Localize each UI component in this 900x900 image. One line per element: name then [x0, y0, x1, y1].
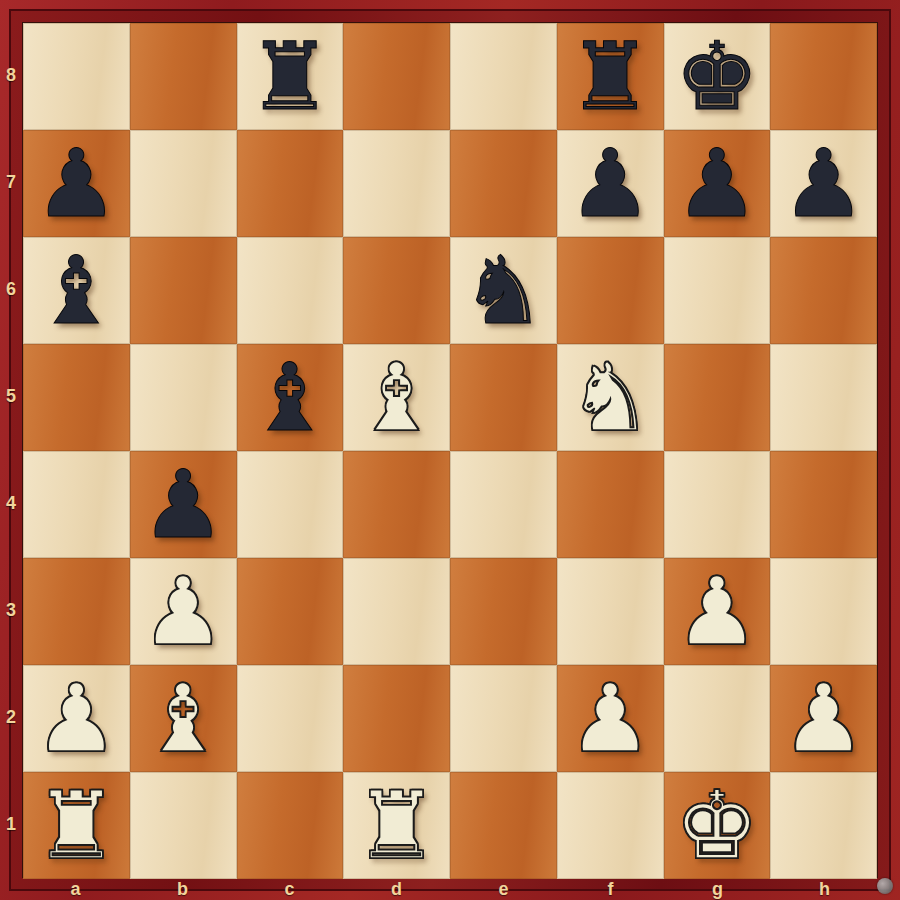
rank-label-1: 1	[0, 771, 22, 878]
rank-label-4: 4	[0, 450, 22, 557]
square-c2[interactable]	[237, 665, 344, 772]
square-a4[interactable]	[23, 451, 130, 558]
chess-board: ♜♜♚♟♟♟♟♝♞♝♝♞♟♟♟♟♝♟♟♜♜♚	[22, 22, 878, 878]
square-b8[interactable]	[130, 23, 237, 130]
file-label-h: h	[771, 878, 878, 900]
square-c3[interactable]	[237, 558, 344, 665]
square-g6[interactable]	[664, 237, 771, 344]
square-c8[interactable]: ♜	[237, 23, 344, 130]
white-pawn[interactable]: ♟	[568, 665, 652, 772]
square-a2[interactable]: ♟	[23, 665, 130, 772]
black-rook[interactable]: ♜	[568, 23, 652, 130]
square-d4[interactable]	[343, 451, 450, 558]
square-b5[interactable]	[130, 344, 237, 451]
square-f2[interactable]: ♟	[557, 665, 664, 772]
black-pawn[interactable]: ♟	[141, 451, 225, 558]
square-g3[interactable]: ♟	[664, 558, 771, 665]
black-pawn[interactable]: ♟	[34, 130, 118, 237]
square-e5[interactable]	[450, 344, 557, 451]
square-f6[interactable]	[557, 237, 664, 344]
white-pawn[interactable]: ♟	[141, 558, 225, 665]
square-c5[interactable]: ♝	[237, 344, 344, 451]
square-h2[interactable]: ♟	[770, 665, 877, 772]
rank-label-2: 2	[0, 664, 22, 771]
square-g7[interactable]: ♟	[664, 130, 771, 237]
chessboard-screenshot: ♜♜♚♟♟♟♟♝♞♝♝♞♟♟♟♟♝♟♟♜♜♚ 87654321 abcdefgh	[0, 0, 900, 900]
rank-label-8: 8	[0, 22, 22, 129]
file-label-f: f	[557, 878, 664, 900]
square-g2[interactable]	[664, 665, 771, 772]
square-a6[interactable]: ♝	[23, 237, 130, 344]
square-e1[interactable]	[450, 772, 557, 879]
square-b2[interactable]: ♝	[130, 665, 237, 772]
square-c1[interactable]	[237, 772, 344, 879]
square-g4[interactable]	[664, 451, 771, 558]
square-a5[interactable]	[23, 344, 130, 451]
file-coordinates: abcdefgh	[22, 878, 878, 900]
square-h5[interactable]	[770, 344, 877, 451]
black-pawn[interactable]: ♟	[781, 130, 865, 237]
square-b3[interactable]: ♟	[130, 558, 237, 665]
black-bishop[interactable]: ♝	[248, 344, 332, 451]
square-c7[interactable]	[237, 130, 344, 237]
square-h3[interactable]	[770, 558, 877, 665]
square-h4[interactable]	[770, 451, 877, 558]
square-h1[interactable]	[770, 772, 877, 879]
square-d3[interactable]	[343, 558, 450, 665]
square-e2[interactable]	[450, 665, 557, 772]
file-label-c: c	[236, 878, 343, 900]
black-knight[interactable]: ♞	[461, 237, 545, 344]
square-e4[interactable]	[450, 451, 557, 558]
square-f8[interactable]: ♜	[557, 23, 664, 130]
square-b4[interactable]: ♟	[130, 451, 237, 558]
file-label-a: a	[22, 878, 129, 900]
square-d8[interactable]	[343, 23, 450, 130]
square-e7[interactable]	[450, 130, 557, 237]
black-pawn[interactable]: ♟	[675, 130, 759, 237]
white-bishop[interactable]: ♝	[141, 665, 225, 772]
white-pawn[interactable]: ♟	[34, 665, 118, 772]
square-g8[interactable]: ♚	[664, 23, 771, 130]
file-label-b: b	[129, 878, 236, 900]
white-pawn[interactable]: ♟	[675, 558, 759, 665]
square-e8[interactable]	[450, 23, 557, 130]
square-h6[interactable]	[770, 237, 877, 344]
square-c4[interactable]	[237, 451, 344, 558]
square-c6[interactable]	[237, 237, 344, 344]
square-f5[interactable]: ♞	[557, 344, 664, 451]
square-e3[interactable]	[450, 558, 557, 665]
square-f3[interactable]	[557, 558, 664, 665]
rank-label-3: 3	[0, 557, 22, 664]
white-king[interactable]: ♚	[675, 772, 759, 879]
rank-coordinates: 87654321	[0, 22, 22, 878]
square-b1[interactable]	[130, 772, 237, 879]
black-rook[interactable]: ♜	[248, 23, 332, 130]
black-bishop[interactable]: ♝	[34, 237, 118, 344]
black-king[interactable]: ♚	[675, 23, 759, 130]
square-d5[interactable]: ♝	[343, 344, 450, 451]
file-label-e: e	[450, 878, 557, 900]
square-f4[interactable]	[557, 451, 664, 558]
square-d2[interactable]	[343, 665, 450, 772]
square-h8[interactable]	[770, 23, 877, 130]
square-h7[interactable]: ♟	[770, 130, 877, 237]
rank-label-5: 5	[0, 343, 22, 450]
white-pawn[interactable]: ♟	[781, 665, 865, 772]
white-rook[interactable]: ♜	[34, 772, 118, 879]
square-g1[interactable]: ♚	[664, 772, 771, 879]
square-d1[interactable]: ♜	[343, 772, 450, 879]
white-knight[interactable]: ♞	[568, 344, 652, 451]
square-a3[interactable]	[23, 558, 130, 665]
white-rook[interactable]: ♜	[354, 772, 438, 879]
square-f7[interactable]: ♟	[557, 130, 664, 237]
square-a7[interactable]: ♟	[23, 130, 130, 237]
file-label-d: d	[343, 878, 450, 900]
square-f1[interactable]	[557, 772, 664, 879]
square-b7[interactable]	[130, 130, 237, 237]
square-b6[interactable]	[130, 237, 237, 344]
square-d7[interactable]	[343, 130, 450, 237]
square-g5[interactable]	[664, 344, 771, 451]
white-bishop[interactable]: ♝	[354, 344, 438, 451]
file-label-g: g	[664, 878, 771, 900]
square-a8[interactable]	[23, 23, 130, 130]
square-d6[interactable]	[343, 237, 450, 344]
black-pawn[interactable]: ♟	[568, 130, 652, 237]
rank-label-6: 6	[0, 236, 22, 343]
square-a1[interactable]: ♜	[23, 772, 130, 879]
corner-screw-icon	[877, 878, 893, 894]
rank-label-7: 7	[0, 129, 22, 236]
square-e6[interactable]: ♞	[450, 237, 557, 344]
